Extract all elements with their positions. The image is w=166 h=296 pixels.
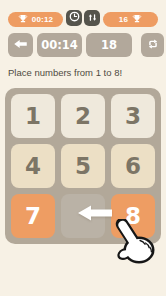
moves-display: 18 [86, 33, 132, 57]
moves-value: 18 [101, 38, 117, 52]
moves-mode-button[interactable] [84, 10, 100, 26]
best-moves-pill: 16 [103, 12, 158, 27]
restart-button[interactable] [141, 33, 164, 57]
tile-5[interactable]: 5 [61, 144, 105, 188]
move-left-arrow-icon [76, 204, 114, 226]
instruction-text: Place numbers from 1 to 8! [8, 67, 122, 78]
back-button[interactable] [8, 33, 33, 57]
sort-arrows-icon [87, 9, 98, 27]
tile-2[interactable]: 2 [61, 94, 105, 138]
tile-4[interactable]: 4 [11, 144, 55, 188]
hand-cursor-icon [112, 219, 159, 269]
tile-7[interactable]: 7 [11, 194, 55, 238]
timer-value: 00:14 [41, 38, 78, 52]
best-time-pill: 00:12 [8, 12, 63, 27]
tile-3[interactable]: 3 [111, 94, 155, 138]
timer-display: 00:14 [37, 33, 82, 57]
restart-loop-icon [146, 37, 160, 54]
clock-icon [68, 9, 81, 27]
best-time-value: 00:12 [32, 15, 53, 24]
tile-6[interactable]: 6 [111, 144, 155, 188]
tile-1[interactable]: 1 [11, 94, 55, 138]
back-arrow-icon [13, 38, 28, 52]
time-mode-button[interactable] [66, 10, 82, 26]
best-moves-value: 16 [119, 15, 128, 24]
trophy-icon [18, 14, 28, 26]
trophy-icon [132, 14, 142, 26]
